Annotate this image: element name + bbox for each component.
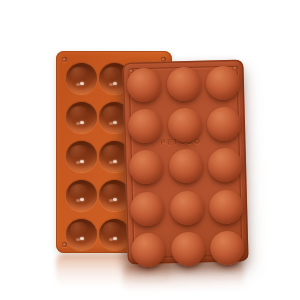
mold-dome	[131, 232, 166, 267]
mold-dome	[210, 230, 245, 265]
mold-dome	[168, 149, 203, 184]
product-photo: PETODO	[0, 0, 300, 300]
mold-cavity	[66, 219, 97, 250]
mold-cavity	[66, 141, 97, 172]
mold-dome	[171, 231, 206, 266]
mold-dome	[169, 190, 204, 225]
mold-dome	[166, 67, 201, 102]
dome-grid	[123, 62, 248, 271]
mold-dome	[126, 68, 161, 103]
mold-dome	[128, 109, 163, 144]
mold-cavity	[99, 219, 130, 250]
mold-dome	[209, 189, 244, 224]
mold-dome	[129, 150, 164, 185]
mold-dome	[130, 191, 165, 226]
mold-dome	[208, 148, 243, 183]
mold-dome	[167, 108, 202, 143]
mold-cavity	[66, 102, 97, 133]
mold-dome	[207, 107, 242, 142]
mold-dome	[206, 66, 241, 101]
dome-mold: PETODO	[122, 59, 248, 264]
mold-cavity	[66, 180, 97, 211]
mold-cavity	[66, 63, 97, 94]
